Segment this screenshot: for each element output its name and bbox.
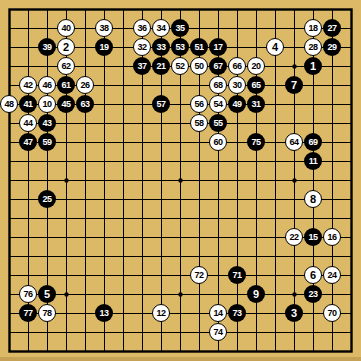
stone-black-59: 59 bbox=[38, 133, 56, 151]
stone-black-47: 47 bbox=[19, 133, 37, 151]
stone-black-1: 1 bbox=[304, 57, 322, 75]
stone-white-12: 12 bbox=[152, 304, 170, 322]
stone-white-28: 28 bbox=[304, 38, 322, 56]
board-edge-shadow bbox=[0, 357, 361, 361]
stone-black-5: 5 bbox=[38, 285, 56, 303]
stone-white-50: 50 bbox=[190, 57, 208, 75]
stone-black-43: 43 bbox=[38, 114, 56, 132]
stone-black-39: 39 bbox=[38, 38, 56, 56]
stone-white-32: 32 bbox=[133, 38, 151, 56]
stone-black-19: 19 bbox=[95, 38, 113, 56]
stone-black-69: 69 bbox=[304, 133, 322, 151]
stone-white-16: 16 bbox=[323, 228, 341, 246]
stone-black-49: 49 bbox=[228, 95, 246, 113]
stone-white-58: 58 bbox=[190, 114, 208, 132]
stone-black-53: 53 bbox=[171, 38, 189, 56]
stone-white-24: 24 bbox=[323, 266, 341, 284]
stone-white-10: 10 bbox=[38, 95, 56, 113]
stone-black-41: 41 bbox=[19, 95, 37, 113]
stone-white-44: 44 bbox=[19, 114, 37, 132]
stone-black-57: 57 bbox=[152, 95, 170, 113]
stone-white-22: 22 bbox=[285, 228, 303, 246]
stone-black-73: 73 bbox=[228, 304, 246, 322]
stone-black-3: 3 bbox=[285, 304, 303, 322]
stone-black-15: 15 bbox=[304, 228, 322, 246]
stone-white-42: 42 bbox=[19, 76, 37, 94]
stone-white-64: 64 bbox=[285, 133, 303, 151]
stone-white-8: 8 bbox=[304, 190, 322, 208]
stone-white-72: 72 bbox=[190, 266, 208, 284]
stone-black-17: 17 bbox=[209, 38, 227, 56]
stone-black-29: 29 bbox=[323, 38, 341, 56]
stone-black-55: 55 bbox=[209, 114, 227, 132]
stone-white-30: 30 bbox=[228, 76, 246, 94]
stone-white-62: 62 bbox=[57, 57, 75, 75]
stone-black-27: 27 bbox=[323, 19, 341, 37]
stone-white-68: 68 bbox=[209, 76, 227, 94]
stone-white-6: 6 bbox=[304, 266, 322, 284]
stone-white-36: 36 bbox=[133, 19, 151, 37]
stones-layer: 1234567891011121314151617181920212223242… bbox=[0, 0, 361, 361]
stone-black-9: 9 bbox=[247, 285, 265, 303]
stone-black-45: 45 bbox=[57, 95, 75, 113]
stone-black-67: 67 bbox=[209, 57, 227, 75]
stone-black-65: 65 bbox=[247, 76, 265, 94]
stone-black-13: 13 bbox=[95, 304, 113, 322]
stone-black-31: 31 bbox=[247, 95, 265, 113]
go-board: 1234567891011121314151617181920212223242… bbox=[0, 0, 361, 361]
stone-white-26: 26 bbox=[76, 76, 94, 94]
stone-black-63: 63 bbox=[76, 95, 94, 113]
stone-white-54: 54 bbox=[209, 95, 227, 113]
stone-white-76: 76 bbox=[19, 285, 37, 303]
stone-white-38: 38 bbox=[95, 19, 113, 37]
stone-white-60: 60 bbox=[209, 133, 227, 151]
stone-white-74: 74 bbox=[209, 323, 227, 341]
stone-black-33: 33 bbox=[152, 38, 170, 56]
stone-white-34: 34 bbox=[152, 19, 170, 37]
stone-white-40: 40 bbox=[57, 19, 75, 37]
stone-white-70: 70 bbox=[323, 304, 341, 322]
stone-white-2: 2 bbox=[57, 38, 75, 56]
stone-black-61: 61 bbox=[57, 76, 75, 94]
stone-white-78: 78 bbox=[38, 304, 56, 322]
stone-black-21: 21 bbox=[152, 57, 170, 75]
stone-black-71: 71 bbox=[228, 266, 246, 284]
stone-black-23: 23 bbox=[304, 285, 322, 303]
stone-white-66: 66 bbox=[228, 57, 246, 75]
stone-white-4: 4 bbox=[266, 38, 284, 56]
stone-black-25: 25 bbox=[38, 190, 56, 208]
stone-white-20: 20 bbox=[247, 57, 265, 75]
stone-black-37: 37 bbox=[133, 57, 151, 75]
stone-black-35: 35 bbox=[171, 19, 189, 37]
stone-black-11: 11 bbox=[304, 152, 322, 170]
stone-white-48: 48 bbox=[0, 95, 18, 113]
stone-white-56: 56 bbox=[190, 95, 208, 113]
stone-white-52: 52 bbox=[171, 57, 189, 75]
stone-white-14: 14 bbox=[209, 304, 227, 322]
stone-white-46: 46 bbox=[38, 76, 56, 94]
stone-black-75: 75 bbox=[247, 133, 265, 151]
stone-black-7: 7 bbox=[285, 76, 303, 94]
stone-black-77: 77 bbox=[19, 304, 37, 322]
stone-black-51: 51 bbox=[190, 38, 208, 56]
stone-white-18: 18 bbox=[304, 19, 322, 37]
